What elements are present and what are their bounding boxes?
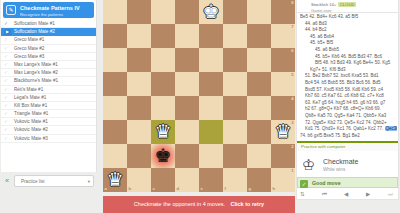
retry-link[interactable]: Click to retry: [231, 201, 265, 207]
cloud-badge: CLOUD: [338, 2, 356, 7]
square-h7[interactable]: 7: [271, 24, 295, 48]
square-e5[interactable]: [199, 72, 223, 96]
white-queen[interactable]: ♛: [103, 168, 127, 192]
square-e3[interactable]: [199, 120, 223, 144]
square-f6[interactable]: [223, 48, 247, 72]
square-a6[interactable]: [103, 48, 127, 72]
move-line[interactable]: 74. b6 gxf5 Bxe5 75. Bg1 Be2: [297, 133, 397, 140]
check-icon: ✓: [4, 102, 12, 110]
chevron-down-icon: ▾: [88, 176, 90, 187]
square-c1[interactable]: c: [151, 168, 175, 192]
next-move-button[interactable]: ▶: [366, 190, 370, 199]
white-queen[interactable]: ♛: [151, 120, 175, 144]
sidebar-item-triangle-mate-1[interactable]: ✓Triangle Mate #1: [1, 110, 96, 118]
move-line[interactable]: Bxd5 57. Kxd5 Kb5 58. Kd6 Kb6 59. c4: [297, 87, 397, 94]
move-line[interactable]: 63. Ke7 g5 64. hxg5 h4 65. g6 h3 66. g7: [297, 100, 397, 107]
sidebar-item-label: Blackburne's Mate #1: [14, 78, 58, 83]
check-icon: ✓: [4, 110, 12, 118]
square-c5[interactable]: [151, 72, 175, 96]
square-h5[interactable]: 5: [271, 72, 295, 96]
square-c4[interactable]: [151, 96, 175, 120]
square-c7[interactable]: [151, 24, 175, 48]
square-e4[interactable]: [199, 96, 223, 120]
check-icon: ✓: [4, 69, 12, 77]
move-line[interactable]: 51. Be2 Bxb7 52. bxc6 Kxa5 53. Bd1: [297, 73, 397, 80]
file-label-b: b: [129, 187, 132, 192]
sidebar-item-kill-box-mate-1[interactable]: ✓Kill Box Mate #1: [1, 102, 96, 110]
square-c3[interactable]: ♛: [151, 120, 175, 144]
square-f7[interactable]: [223, 24, 247, 48]
prev-move-button[interactable]: ◀: [344, 190, 348, 199]
rank-label-1: 1: [291, 169, 293, 174]
move-list[interactable]: Be5 42. Bd4+ Kc6 43. a5 Bf544. a6 Bd344.…: [297, 14, 397, 140]
check-icon: ✓: [4, 86, 12, 94]
sidebar-item-label: Greco Mate #2: [14, 46, 44, 51]
sidebar-item-l-gal-s-mate-1[interactable]: ✓Légal's Mate #1: [1, 94, 96, 102]
feedback-label: Good move: [312, 180, 341, 186]
practice-list-select[interactable]: Practice list ▾: [14, 175, 94, 187]
square-e2[interactable]: [199, 144, 223, 168]
square-d4[interactable]: [175, 96, 199, 120]
square-e6[interactable]: [199, 48, 223, 72]
move-line[interactable]: h2 67. g8=Q+ Kb7 68. c8=Q+ Kb6 69.: [297, 106, 397, 113]
file-label-e: e: [201, 187, 203, 192]
file-label-f: f: [225, 187, 226, 192]
square-d1[interactable]: d: [175, 168, 199, 192]
square-g1[interactable]: g: [247, 168, 271, 192]
analysis-panel: Stockfish 14+CLOUD Game over Be5 42. Bd4…: [296, 0, 399, 200]
move-line[interactable]: 45. a6 Bxb4: [297, 34, 397, 41]
square-a3[interactable]: [103, 120, 127, 144]
square-d6[interactable]: [175, 48, 199, 72]
square-g7[interactable]: [247, 24, 271, 48]
square-b1[interactable]: b: [127, 168, 151, 192]
sidebar-item-label: Suffocation Mate #2: [14, 29, 55, 34]
goal-banner[interactable]: Checkmate the opponent in 4 moves. Click…: [103, 196, 295, 213]
white-queen[interactable]: ♛: [271, 120, 295, 144]
sidebar-item-label: Suffocation Mate #1: [14, 21, 55, 26]
sidebar-item-max-lange-s-mate-2[interactable]: ✓Max Lange's Mate #2: [1, 69, 96, 77]
square-b2[interactable]: [127, 144, 151, 168]
square-g4[interactable]: [247, 96, 271, 120]
move-line[interactable]: Qb8+ Ka5 70. Qg5+ Ka4 71. Qbb5+ Ka3: [297, 113, 397, 120]
square-d5[interactable]: [175, 72, 199, 96]
exercise-list: ✓Suffocation Mate #1▶Suffocation Mate #2…: [1, 20, 96, 143]
practice-title: Checkmate Patterns IV: [20, 5, 80, 11]
square-d7[interactable]: [175, 24, 199, 48]
sidebar-item-label: Greco Mate #3: [14, 54, 44, 59]
square-f1[interactable]: f: [223, 168, 247, 192]
sidebar-item-label: Légal's Mate #1: [14, 95, 46, 100]
black-king[interactable]: ♚: [151, 144, 175, 168]
rank-label-7: 7: [291, 25, 293, 30]
current-move[interactable]: Qec3#: [385, 126, 397, 131]
sidebar-item-max-lange-s-mate-1[interactable]: ✓Max Lange's Mate #1: [1, 61, 96, 69]
practice-sidebar: ✎ Checkmate Patterns IV Recognize the pa…: [1, 0, 97, 172]
sidebar-item-vukovic-mate-2[interactable]: ✓Vukovic Mate #2: [1, 126, 96, 134]
square-h8[interactable]: 8: [271, 0, 295, 24]
sidebar-item-greco-mate-1[interactable]: ✓Greco Mate #1: [1, 36, 96, 44]
square-a5[interactable]: [103, 72, 127, 96]
square-b6[interactable]: [127, 48, 151, 72]
sidebar-item-label: Vukovic Mate #1: [14, 119, 48, 124]
square-h6[interactable]: 6: [271, 48, 295, 72]
practice-with-computer-link[interactable]: Practice with computer: [297, 141, 398, 151]
white-king-icon: ♔: [302, 156, 315, 174]
sidebar-item-suffocation-mate-2[interactable]: ▶Suffocation Mate #2: [1, 28, 96, 36]
sidebar-item-label: Max Lange's Mate #1: [14, 62, 58, 67]
square-c2[interactable]: ♚: [151, 144, 175, 168]
sidebar-item-greco-mate-2[interactable]: ✓Greco Mate #2: [1, 45, 96, 53]
feedback-bar: ✓ Good move: [297, 177, 398, 188]
rank-label-5: 5: [291, 73, 293, 78]
back-icon[interactable]: «: [5, 176, 9, 185]
sidebar-item-blackburne-s-mate-1[interactable]: ✓Blackburne's Mate #1: [1, 77, 96, 85]
move-line[interactable]: 45. b5+ Bf5: [297, 40, 397, 47]
result-box: ♔ Checkmate White wins: [297, 153, 398, 177]
square-g5[interactable]: [247, 72, 271, 96]
sidebar-item-greco-mate-3[interactable]: ✓Greco Mate #3: [1, 53, 96, 61]
square-h3[interactable]: 3♛: [271, 120, 295, 144]
square-a2[interactable]: [103, 144, 127, 168]
practice-header: ✎ Checkmate Patterns IV Recognize the pa…: [3, 2, 94, 18]
move-line[interactable]: Kd1 75. Qhd3+ Kc1 76. Qab1+ Kc2 77. Qec3…: [297, 126, 397, 133]
square-f4[interactable]: [223, 96, 247, 120]
move-line[interactable]: 44. a6 Bd3: [297, 21, 397, 28]
result-title: Checkmate: [323, 158, 358, 165]
square-b8[interactable]: [127, 0, 151, 24]
move-line[interactable]: Kb7 60. c5 Ka7 61. c6 Kb8 62. c7+ Kc8: [297, 93, 397, 100]
square-g8[interactable]: [247, 0, 271, 24]
pencil-icon: ✎: [6, 5, 16, 15]
square-h4[interactable]: 4: [271, 96, 295, 120]
last-move-button[interactable]: ⏭: [388, 190, 393, 199]
rank-label-4: 4: [291, 97, 293, 102]
sidebar-item-label: Vukovic Mate #3: [14, 136, 48, 141]
square-a7[interactable]: [103, 24, 127, 48]
playback-controls: ⇅⏮◀▶⏭: [297, 189, 398, 200]
file-label-d: d: [177, 187, 180, 192]
square-h2[interactable]: 2: [271, 144, 295, 168]
sidebar-item-label: Vukovic Mate #2: [14, 127, 48, 132]
move-line[interactable]: 45. a6 Bxb5: [297, 47, 397, 54]
check-icon: ✓: [4, 45, 12, 53]
move-line[interactable]: 72. Qga5+ Kb2 73. Qe5+ Kc2 74. Qbb2+: [297, 120, 397, 127]
square-e1[interactable]: e: [199, 168, 223, 192]
move-line[interactable]: Bc4 54. b5 Bxb5 55. Bb3 Bc6 56. Bd5: [297, 80, 397, 87]
square-d3[interactable]: [175, 120, 199, 144]
sidebar-item-vukovic-mate-1[interactable]: ✓Vukovic Mate #1: [1, 118, 96, 126]
square-b5[interactable]: [127, 72, 151, 96]
file-label-c: c: [153, 187, 155, 192]
sidebar-item-label: Max Lange's Mate #2: [14, 70, 58, 75]
square-e8[interactable]: ♚: [199, 0, 223, 24]
rank-label-2: 2: [291, 145, 293, 150]
square-c6[interactable]: [151, 48, 175, 72]
rank-label-8: 8: [291, 1, 293, 6]
rank-label-6: 6: [291, 49, 293, 54]
move-line[interactable]: Be5 42. Bd4+ Kc6 43. a5 Bf5: [297, 14, 397, 21]
square-b3[interactable]: [127, 120, 151, 144]
check-icon: ✓: [4, 20, 12, 28]
file-label-h: h: [273, 187, 276, 192]
square-g6[interactable]: [247, 48, 271, 72]
sidebar-item-label: Kill Box Mate #1: [14, 103, 47, 108]
play-icon: ▶: [4, 29, 11, 35]
result-subtitle: White wins: [323, 167, 345, 172]
check-icon: ✓: [4, 118, 12, 126]
square-f3[interactable]: [223, 120, 247, 144]
move-line[interactable]: Kg7+ 51. Kf6 Bd3: [297, 67, 397, 74]
square-b7[interactable]: [127, 24, 151, 48]
square-a8[interactable]: [103, 0, 127, 24]
sidebar-item-suffocation-mate-1[interactable]: ✓Suffocation Mate #1: [1, 20, 96, 28]
goal-text: Checkmate the opponent in 4 moves.: [134, 201, 225, 207]
square-f2[interactable]: [223, 144, 247, 168]
square-g3[interactable]: [247, 120, 271, 144]
square-e7[interactable]: [199, 24, 223, 48]
square-g2[interactable]: [247, 144, 271, 168]
chess-board[interactable]: ♚87654♛3♛♚2a♛bcdefgh1: [103, 0, 295, 192]
check-icon: ✓: [4, 77, 12, 85]
check-icon: ✓: [4, 135, 12, 143]
square-f5[interactable]: [223, 72, 247, 96]
engine-name: Stockfish 14+CLOUD: [311, 2, 356, 7]
square-c8[interactable]: [151, 0, 175, 24]
check-icon: ✓: [4, 61, 12, 69]
flip-board-icon[interactable]: ⇅: [300, 190, 305, 199]
check-icon: ✓: [4, 94, 12, 102]
file-label-g: g: [249, 187, 252, 192]
practice-subtitle: Recognize the patterns: [20, 12, 63, 17]
square-d2[interactable]: [175, 144, 199, 168]
move-line[interactable]: 45. b5+ Kb6 46. Bd5 Bd3 47. Bc6: [297, 54, 397, 61]
sidebar-item-label: Réti's Mate #1: [14, 87, 43, 92]
practice-list-label: Practice list: [21, 179, 45, 184]
square-a1[interactable]: a♛: [103, 168, 127, 192]
sidebar-footer: « Practice list ▾: [1, 174, 97, 187]
square-d8[interactable]: [175, 0, 199, 24]
square-a4[interactable]: [103, 96, 127, 120]
square-b4[interactable]: [127, 96, 151, 120]
check-icon: ✓: [4, 126, 12, 134]
check-icon: ✓: [300, 180, 308, 188]
sidebar-item-label: Greco Mate #1: [14, 37, 44, 42]
first-move-button[interactable]: ⏮: [322, 190, 327, 199]
check-icon: ✓: [4, 36, 12, 44]
engine-status: Game over: [311, 8, 332, 13]
move-line[interactable]: 44. b4 Bc2: [297, 27, 397, 34]
square-h1[interactable]: h1: [271, 168, 295, 192]
move-line[interactable]: Bf5 48. h3 Bd3 49. Kg6 Be4+ 50. Kg5: [297, 60, 397, 67]
engine-header: Stockfish 14+CLOUD Game over: [297, 0, 398, 13]
sidebar-item-label: Triangle Mate #1: [14, 111, 48, 116]
sidebar-item-vukovic-mate-3[interactable]: ✓Vukovic Mate #3: [1, 135, 96, 143]
check-icon: ✓: [4, 53, 12, 61]
square-f8[interactable]: [223, 0, 247, 24]
sidebar-item-r-ti-s-mate-1[interactable]: ✓Réti's Mate #1: [1, 86, 96, 94]
white-king[interactable]: ♚: [199, 0, 223, 24]
